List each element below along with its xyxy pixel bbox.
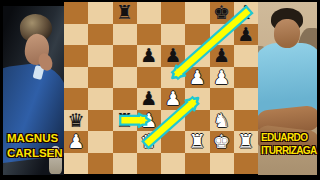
piece-bp-g6[interactable]: ♟ <box>213 46 230 65</box>
square-b3[interactable] <box>88 110 112 132</box>
piece-wr-f2[interactable]: ♜ <box>189 132 206 151</box>
square-a8[interactable] <box>64 2 88 24</box>
piece-bp-d4[interactable]: ♟ <box>140 89 157 108</box>
square-b7[interactable] <box>88 24 112 46</box>
square-e3[interactable] <box>161 110 185 132</box>
left-player-name-line2: CARLSEN <box>7 146 63 161</box>
square-b2[interactable] <box>88 131 112 153</box>
piece-br-c3[interactable]: ♜ <box>116 111 133 130</box>
right-player-name: EDUARDO ITURRIZAGA <box>261 131 317 157</box>
right-player-panel: EDUARDO ITURRIZAGA <box>258 0 320 180</box>
square-h2[interactable]: ♜ <box>234 131 258 153</box>
left-player-panel: MAGNUS CARLSEN <box>0 0 64 180</box>
piece-wk-g2[interactable]: ♚ <box>213 132 230 151</box>
square-e1[interactable] <box>161 153 185 175</box>
piece-wp-d3[interactable]: ♟ <box>140 111 157 130</box>
piece-wp-f5[interactable]: ♟ <box>189 68 206 87</box>
square-a5[interactable] <box>64 67 88 89</box>
square-g3[interactable]: ♞ <box>210 110 234 132</box>
square-f6[interactable] <box>185 45 209 67</box>
square-f3[interactable] <box>185 110 209 132</box>
piece-bk-g8[interactable]: ♚ <box>213 3 230 22</box>
square-e6[interactable]: ♟ <box>161 45 185 67</box>
square-a7[interactable] <box>64 24 88 46</box>
square-b1[interactable] <box>88 153 112 175</box>
square-h8[interactable]: ♝ <box>234 2 258 24</box>
square-e7[interactable] <box>161 24 185 46</box>
square-e5[interactable] <box>161 67 185 89</box>
right-player-name-line1: EDUARDO <box>261 131 317 144</box>
square-a2[interactable]: ♟ <box>64 131 88 153</box>
square-a1[interactable] <box>64 153 88 175</box>
square-g4[interactable] <box>210 88 234 110</box>
square-d1[interactable] <box>137 153 161 175</box>
square-h4[interactable] <box>234 88 258 110</box>
square-g7[interactable] <box>210 24 234 46</box>
square-h5[interactable] <box>234 67 258 89</box>
square-h3[interactable] <box>234 110 258 132</box>
left-player-name-line1: MAGNUS <box>7 131 63 146</box>
square-d5[interactable] <box>137 67 161 89</box>
square-h1[interactable] <box>234 153 258 175</box>
piece-wp-g5[interactable]: ♟ <box>213 68 230 87</box>
piece-bp-e6[interactable]: ♟ <box>165 46 182 65</box>
square-b4[interactable] <box>88 88 112 110</box>
square-e8[interactable] <box>161 2 185 24</box>
square-e4[interactable]: ♟ <box>161 88 185 110</box>
square-c1[interactable] <box>113 153 137 175</box>
square-h6[interactable] <box>234 45 258 67</box>
right-player-name-line2: ITURRIZAGA <box>261 144 317 157</box>
square-f8[interactable] <box>185 2 209 24</box>
square-b5[interactable] <box>88 67 112 89</box>
piece-wr-h2[interactable]: ♜ <box>237 132 254 151</box>
square-d2[interactable]: ♛ <box>137 131 161 153</box>
square-b6[interactable] <box>88 45 112 67</box>
square-c7[interactable] <box>113 24 137 46</box>
square-d3[interactable]: ♟ <box>137 110 161 132</box>
square-a3[interactable]: ♛ <box>64 110 88 132</box>
square-c8[interactable]: ♜ <box>113 2 137 24</box>
square-f1[interactable] <box>185 153 209 175</box>
square-g6[interactable]: ♟ <box>210 45 234 67</box>
piece-wp-e4[interactable]: ♟ <box>165 89 182 108</box>
square-d7[interactable] <box>137 24 161 46</box>
piece-wn-g3[interactable]: ♞ <box>213 111 230 130</box>
square-f2[interactable]: ♜ <box>185 131 209 153</box>
piece-bb-h8[interactable]: ♝ <box>237 3 254 22</box>
square-d4[interactable]: ♟ <box>137 88 161 110</box>
piece-wq-d2[interactable]: ♛ <box>140 132 157 151</box>
square-f7[interactable] <box>185 24 209 46</box>
square-a4[interactable] <box>64 88 88 110</box>
piece-bp-d6[interactable]: ♟ <box>140 46 157 65</box>
square-g2[interactable]: ♚ <box>210 131 234 153</box>
square-d8[interactable] <box>137 2 161 24</box>
piece-wp-a2[interactable]: ♟ <box>68 132 85 151</box>
left-player-name: MAGNUS CARLSEN <box>7 131 63 161</box>
piece-br-c8[interactable]: ♜ <box>116 3 133 22</box>
square-c3[interactable]: ♜ <box>113 110 137 132</box>
square-f4[interactable] <box>185 88 209 110</box>
square-a6[interactable] <box>64 45 88 67</box>
chess-board[interactable]: ♜♚♝♟♟♟♟♟♟♟♟♛♜♟♞♟♛♜♚♜ <box>64 2 258 174</box>
square-g5[interactable]: ♟ <box>210 67 234 89</box>
square-e2[interactable] <box>161 131 185 153</box>
square-c4[interactable] <box>113 88 137 110</box>
square-c2[interactable] <box>113 131 137 153</box>
square-g8[interactable]: ♚ <box>210 2 234 24</box>
piece-bq-a3[interactable]: ♛ <box>68 111 85 130</box>
square-d6[interactable]: ♟ <box>137 45 161 67</box>
square-c6[interactable] <box>113 45 137 67</box>
square-b8[interactable] <box>88 2 112 24</box>
square-g1[interactable] <box>210 153 234 175</box>
square-f5[interactable]: ♟ <box>185 67 209 89</box>
square-c5[interactable] <box>113 67 137 89</box>
square-h7[interactable]: ♟ <box>234 24 258 46</box>
piece-bp-h7[interactable]: ♟ <box>237 25 254 44</box>
